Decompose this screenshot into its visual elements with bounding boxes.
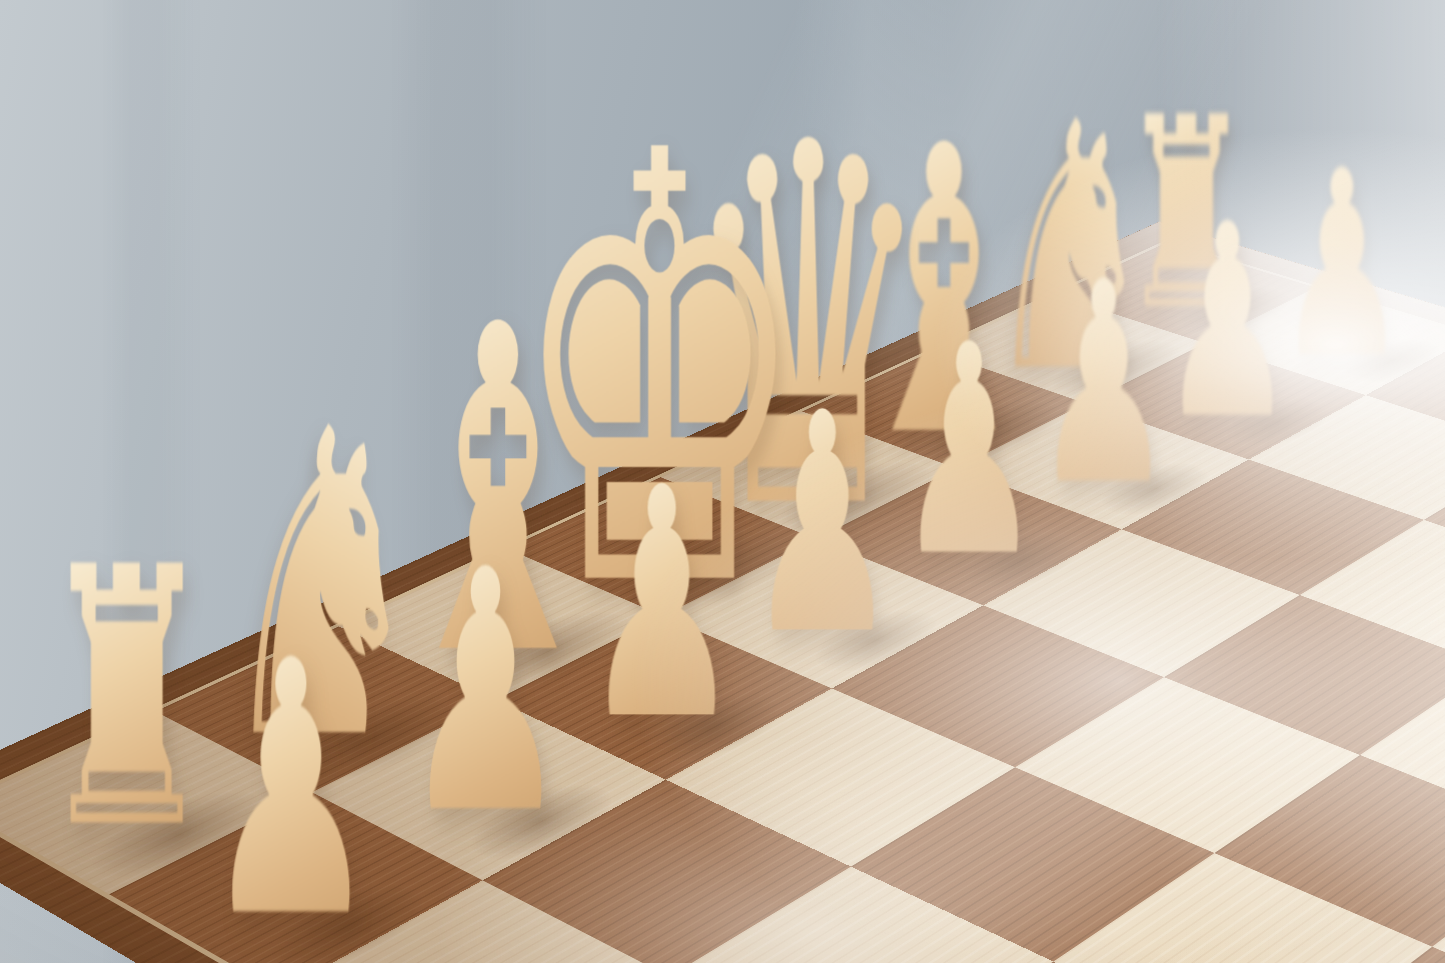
chess-photo-scene: ♜♟♞♟♝♟♛♟♚♟♝♟♞♟♜♟ [0,0,1445,963]
square-g4 [669,867,1053,963]
square-f3 [666,688,1015,866]
